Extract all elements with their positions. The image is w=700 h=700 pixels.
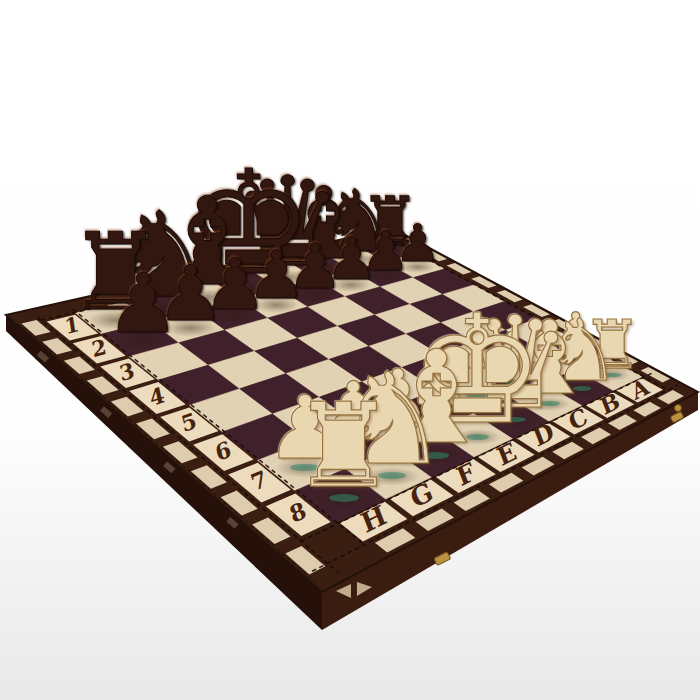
chess-board (0, 0, 700, 700)
hinge-pin (675, 405, 682, 412)
chess-set-photo: 12345678HGFEDCBA♜♞♝♚♛♝♞♜♟♟♟♟♟♟♟♟♟♟♟♟♟♟♟♟… (0, 0, 700, 700)
